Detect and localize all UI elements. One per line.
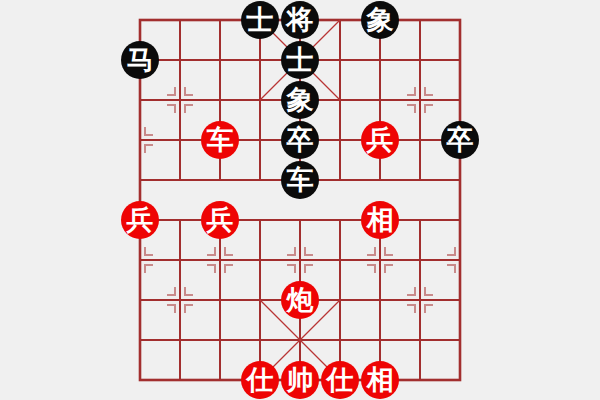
piece-black-soldier[interactable]: 卒 xyxy=(441,121,479,159)
piece-glyph: 兵 xyxy=(127,206,154,233)
piece-glyph: 将 xyxy=(287,6,314,33)
piece-glyph: 炮 xyxy=(287,286,314,313)
piece-black-chariot[interactable]: 车 xyxy=(281,161,319,199)
piece-glyph: 仕 xyxy=(327,366,354,393)
piece-glyph: 相 xyxy=(367,366,394,393)
piece-glyph: 士 xyxy=(287,46,314,73)
piece-red-general[interactable]: 帅 xyxy=(281,361,319,399)
piece-red-cannon[interactable]: 炮 xyxy=(281,281,319,319)
piece-glyph: 卒 xyxy=(287,126,314,153)
piece-glyph: 卒 xyxy=(447,126,474,153)
piece-red-soldier[interactable]: 兵 xyxy=(361,121,399,159)
piece-glyph: 车 xyxy=(287,166,314,193)
piece-black-advisor[interactable]: 士 xyxy=(241,1,279,39)
piece-red-advisor[interactable]: 仕 xyxy=(241,361,279,399)
piece-glyph: 帅 xyxy=(287,366,314,393)
piece-red-soldier[interactable]: 兵 xyxy=(121,201,159,239)
piece-black-elephant[interactable]: 象 xyxy=(281,81,319,119)
piece-glyph: 车 xyxy=(207,126,234,153)
piece-black-general[interactable]: 将 xyxy=(281,1,319,39)
board[interactable]: 士将象马士象车卒兵卒车兵兵相炮仕帅仕相 xyxy=(120,0,480,400)
piece-black-advisor[interactable]: 士 xyxy=(281,41,319,79)
piece-red-soldier[interactable]: 兵 xyxy=(201,201,239,239)
piece-glyph: 马 xyxy=(127,46,154,73)
piece-glyph: 象 xyxy=(287,86,314,113)
piece-black-horse[interactable]: 马 xyxy=(121,41,159,79)
piece-glyph: 兵 xyxy=(207,206,234,233)
piece-red-elephant[interactable]: 相 xyxy=(361,201,399,239)
piece-glyph: 相 xyxy=(367,206,394,233)
xiangqi-app: 士将象马士象车卒兵卒车兵兵相炮仕帅仕相 xyxy=(0,0,600,400)
piece-glyph: 士 xyxy=(247,6,274,33)
piece-glyph: 仕 xyxy=(247,366,274,393)
piece-red-chariot[interactable]: 车 xyxy=(201,121,239,159)
piece-black-elephant[interactable]: 象 xyxy=(361,1,399,39)
piece-black-soldier[interactable]: 卒 xyxy=(281,121,319,159)
piece-glyph: 象 xyxy=(367,6,394,33)
piece-red-advisor[interactable]: 仕 xyxy=(321,361,359,399)
piece-red-elephant[interactable]: 相 xyxy=(361,361,399,399)
piece-glyph: 兵 xyxy=(367,126,394,153)
